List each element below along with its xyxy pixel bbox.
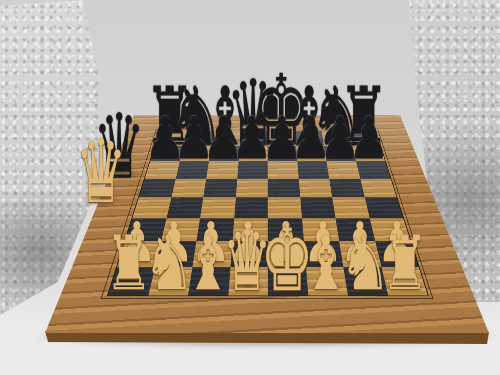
square-h5[interactable]	[360, 178, 397, 197]
square-c5[interactable]	[203, 178, 237, 197]
square-d5[interactable]	[236, 178, 268, 197]
piece-black-pawn-h7[interactable]: ♟	[348, 110, 390, 168]
square-e5[interactable]	[268, 178, 300, 197]
spare-white-queen[interactable]: ♛	[75, 128, 127, 216]
photo-scene: ♜♞♝♛♚♝♞♜♟♟♟♟♟♟♟♟♟♟♟♟♟♟♟♟♜♞♝♛♚♝♞♜♛♛	[0, 0, 500, 375]
square-f5[interactable]	[298, 178, 332, 197]
piece-white-rook-h1[interactable]: ♜	[381, 227, 429, 302]
square-g5[interactable]	[329, 178, 364, 197]
square-b5[interactable]	[171, 178, 206, 197]
